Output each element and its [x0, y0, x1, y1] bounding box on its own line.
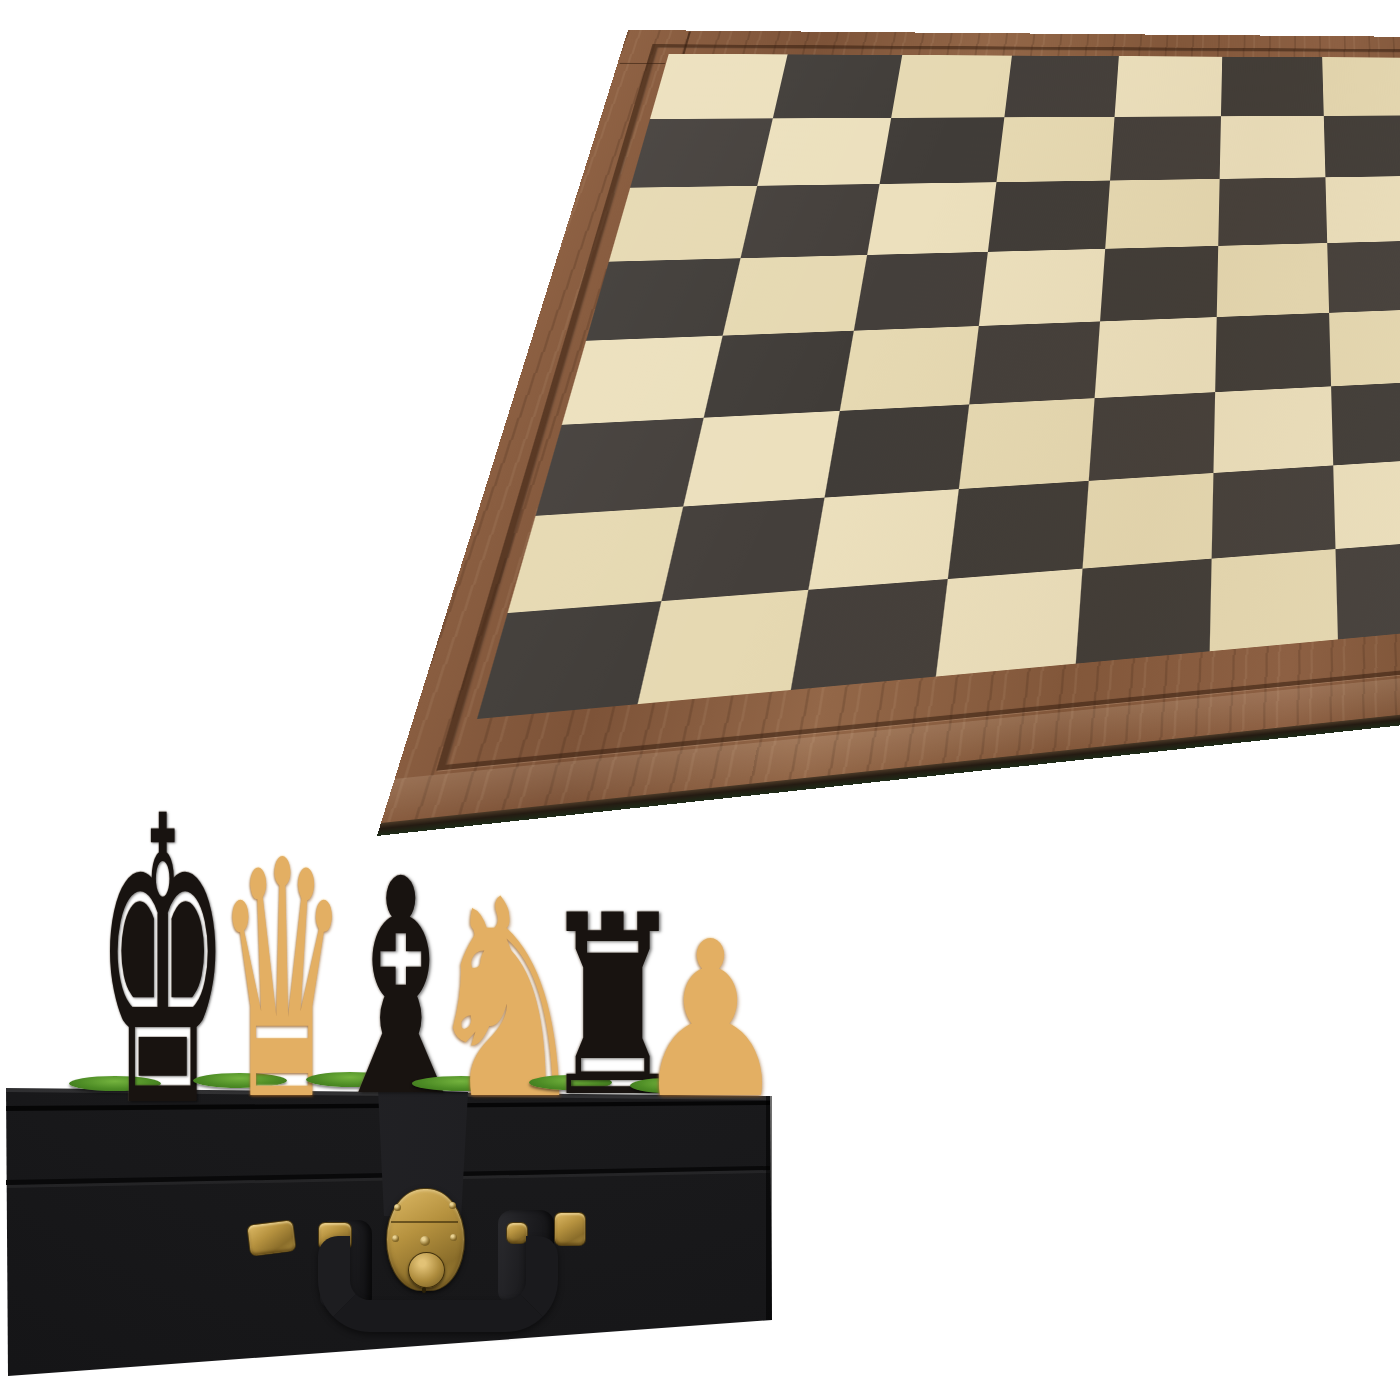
king-glyph: ♚: [95, 766, 135, 1162]
piece-bishop-ebony: ♝: [300, 861, 400, 1081]
latch-fold-line: [391, 1221, 458, 1223]
knight-glyph: ♞: [423, 865, 499, 1138]
latch-turn-knob: [408, 1252, 445, 1288]
rook-glyph: ♜: [539, 883, 602, 1132]
bishop-glyph: ♝: [320, 841, 381, 1138]
latch-screw: [394, 1204, 401, 1211]
latch-screw: [392, 1235, 399, 1242]
chessboard: [377, 30, 1400, 836]
latch-screw: [449, 1202, 456, 1209]
latch-center-screw: [420, 1236, 430, 1246]
piece-rook-ebony: ♜: [523, 900, 618, 1084]
frame-corner-seam: [620, 63, 665, 64]
latch-screw: [450, 1234, 457, 1241]
piece-pawn-boxwood: ♟: [625, 928, 710, 1087]
latch-keyhole: [422, 1287, 426, 1293]
handle-brass-cap-left: [246, 1219, 297, 1256]
piece-queen-boxwood: ♛: [187, 840, 293, 1082]
piece-king-ebony: ♚: [63, 792, 167, 1085]
pawn-glyph: ♟: [634, 914, 702, 1129]
handle-brass-cap-right: [554, 1212, 586, 1246]
piece-knight-boxwood: ♞: [405, 883, 517, 1085]
frame-groove: [436, 44, 1400, 771]
chess-set-product-photo: ♚♛♝♞♜♟: [0, 0, 1400, 1400]
queen-glyph: ♛: [216, 818, 264, 1145]
